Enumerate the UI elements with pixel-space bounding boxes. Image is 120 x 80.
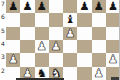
square-g3[interactable] (92, 53, 106, 66)
cropped-rank1-piece-top (16, 78, 64, 80)
square-e3[interactable] (63, 53, 77, 66)
black-pawn-icon: ♟ (6, 0, 20, 13)
square-a5[interactable] (6, 27, 20, 40)
square-c5[interactable] (35, 27, 49, 40)
square-d6[interactable] (49, 13, 63, 26)
square-a4[interactable] (6, 40, 20, 53)
white-pawn-icon: ♟ (63, 27, 77, 40)
black-pawn-icon: ♟ (77, 0, 91, 13)
square-h7[interactable]: ♟ (106, 0, 120, 13)
square-h3[interactable]: ♟ (106, 53, 120, 66)
board: ♟♟♟♟♟♟♝♟♟♟♟♟♟♞♞♟ (6, 0, 120, 80)
square-b4[interactable] (20, 40, 34, 53)
black-pawn-icon: ♟ (92, 0, 106, 13)
square-f5[interactable] (77, 27, 91, 40)
square-g2[interactable]: ♟ (92, 67, 106, 80)
black-pawn-icon: ♟ (20, 0, 34, 13)
square-e4[interactable] (63, 40, 77, 53)
square-a7[interactable]: ♟ (6, 0, 20, 13)
square-e6[interactable]: ♝ (63, 13, 77, 26)
square-d5[interactable] (49, 27, 63, 40)
white-pawn-icon: ♟ (106, 53, 120, 66)
white-pawn-icon: ♟ (35, 40, 49, 53)
square-c6[interactable] (35, 13, 49, 26)
square-f2[interactable] (77, 67, 91, 80)
square-a6[interactable] (6, 13, 20, 26)
square-c4[interactable]: ♟ (35, 40, 49, 53)
square-g4[interactable] (92, 40, 106, 53)
white-pawn-icon: ♟ (49, 40, 63, 53)
square-c7[interactable]: ♟ (35, 0, 49, 13)
square-f7[interactable]: ♟ (77, 0, 91, 13)
square-b6[interactable] (20, 13, 34, 26)
black-pawn-icon: ♟ (106, 0, 120, 13)
square-d4[interactable]: ♟ (49, 40, 63, 53)
square-d3[interactable] (49, 53, 63, 66)
square-a3[interactable]: ♟ (6, 53, 20, 66)
square-f3[interactable] (77, 53, 91, 66)
square-e7[interactable] (63, 0, 77, 13)
square-f4[interactable] (77, 40, 91, 53)
square-h6[interactable] (106, 13, 120, 26)
black-bishop-icon: ♝ (63, 13, 77, 26)
black-pawn-icon: ♟ (35, 0, 49, 13)
square-e5[interactable]: ♟ (63, 27, 77, 40)
square-f6[interactable] (77, 13, 91, 26)
square-g7[interactable]: ♟ (92, 0, 106, 13)
square-b5[interactable] (20, 27, 34, 40)
white-pawn-icon: ♟ (6, 53, 20, 66)
chess-diagram: 765432 ♟♟♟♟♟♟♝♟♟♟♟♟♟♞♞♟ (0, 0, 120, 80)
square-d7[interactable] (49, 0, 63, 13)
square-b3[interactable] (20, 53, 34, 66)
board-right-edge (119, 0, 120, 80)
square-e2[interactable] (63, 67, 77, 80)
white-pawn-icon: ♟ (92, 67, 106, 80)
square-b7[interactable]: ♟ (20, 0, 34, 13)
square-h5[interactable] (106, 27, 120, 40)
square-c3[interactable] (35, 53, 49, 66)
square-h4[interactable] (106, 40, 120, 53)
square-g5[interactable] (92, 27, 106, 40)
square-g6[interactable] (92, 13, 106, 26)
